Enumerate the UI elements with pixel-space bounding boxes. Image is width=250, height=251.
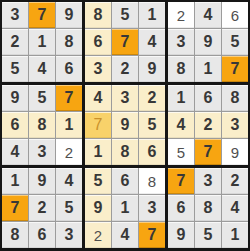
cell-r6c1[interactable]: 4	[2, 139, 28, 165]
cell-r2c5[interactable]: 7	[112, 29, 138, 55]
cell-r4c2[interactable]: 5	[29, 85, 55, 111]
cell-r9c7[interactable]: 9	[168, 222, 194, 248]
cell-r7c8[interactable]: 3	[195, 168, 221, 194]
cell-r1c4[interactable]: 8	[85, 2, 111, 28]
cell-r2c7[interactable]: 3	[168, 29, 194, 55]
cell-r5c3[interactable]: 1	[56, 112, 82, 138]
cell-r3c2[interactable]: 4	[29, 56, 55, 82]
cell-r7c4[interactable]: 5	[85, 168, 111, 194]
cell-r9c8[interactable]: 5	[195, 222, 221, 248]
cell-r8c1[interactable]: 7	[2, 195, 28, 221]
cell-r3c8[interactable]: 1	[195, 56, 221, 82]
cell-r2c3[interactable]: 8	[56, 29, 82, 55]
cell-r2c6[interactable]: 4	[139, 29, 165, 55]
cell-r6c8[interactable]: 7	[195, 139, 221, 165]
cell-r3c4[interactable]: 3	[85, 56, 111, 82]
cell-r9c5[interactable]: 4	[112, 222, 138, 248]
cell-r4c8[interactable]: 6	[195, 85, 221, 111]
cell-r4c4[interactable]: 4	[85, 85, 111, 111]
cell-r1c9[interactable]: 6	[222, 2, 248, 28]
cell-r1c1[interactable]: 3	[2, 2, 28, 28]
cell-r7c5[interactable]: 6	[112, 168, 138, 194]
cell-r3c9[interactable]: 7	[222, 56, 248, 82]
cell-r1c3[interactable]: 9	[56, 2, 82, 28]
cell-r7c6[interactable]: 8	[139, 168, 165, 194]
cell-r7c7[interactable]: 7	[168, 168, 194, 194]
cell-r8c6[interactable]: 3	[139, 195, 165, 221]
cell-r7c1[interactable]: 1	[2, 168, 28, 194]
cell-r5c2[interactable]: 8	[29, 112, 55, 138]
cell-r4c1[interactable]: 9	[2, 85, 28, 111]
cell-r1c7[interactable]: 2	[168, 2, 194, 28]
cell-r6c6[interactable]: 6	[139, 139, 165, 165]
cell-r5c5[interactable]: 9	[112, 112, 138, 138]
cell-r5c6[interactable]: 5	[139, 112, 165, 138]
cell-r4c3[interactable]: 7	[56, 85, 82, 111]
cell-r5c7[interactable]: 4	[168, 112, 194, 138]
cell-r4c5[interactable]: 3	[112, 85, 138, 111]
cell-r9c6[interactable]: 7	[139, 222, 165, 248]
cell-r1c5[interactable]: 5	[112, 2, 138, 28]
cell-r7c3[interactable]: 4	[56, 168, 82, 194]
cell-r5c9[interactable]: 3	[222, 112, 248, 138]
cell-r2c1[interactable]: 2	[2, 29, 28, 55]
cell-r4c9[interactable]: 8	[222, 85, 248, 111]
cell-r2c8[interactable]: 9	[195, 29, 221, 55]
cell-r1c2[interactable]: 7	[29, 2, 55, 28]
cell-r6c5[interactable]: 8	[112, 139, 138, 165]
cell-r9c9[interactable]: 1	[222, 222, 248, 248]
cell-r9c1[interactable]: 8	[2, 222, 28, 248]
box-divider-vertical-2	[165, 2, 168, 248]
box-divider-vertical-1	[82, 2, 85, 248]
box-divider-horizontal-1	[2, 82, 248, 85]
cell-r3c1[interactable]: 5	[2, 56, 28, 82]
cell-r7c9[interactable]: 2	[222, 168, 248, 194]
box-divider-horizontal-2	[2, 165, 248, 168]
cell-r8c9[interactable]: 4	[222, 195, 248, 221]
cell-r8c3[interactable]: 5	[56, 195, 82, 221]
cell-r3c7[interactable]: 8	[168, 56, 194, 82]
cell-r9c4[interactable]: 2	[85, 222, 111, 248]
cell-r1c6[interactable]: 1	[139, 2, 165, 28]
sudoku-board: 3798512462186743955463298179574321686817…	[0, 0, 250, 251]
cell-r2c2[interactable]: 1	[29, 29, 55, 55]
cell-r8c2[interactable]: 2	[29, 195, 55, 221]
cell-r3c5[interactable]: 2	[112, 56, 138, 82]
cell-r8c7[interactable]: 6	[168, 195, 194, 221]
cell-r2c9[interactable]: 5	[222, 29, 248, 55]
cell-r2c4[interactable]: 6	[85, 29, 111, 55]
cell-r5c8[interactable]: 2	[195, 112, 221, 138]
cell-r9c3[interactable]: 3	[56, 222, 82, 248]
cell-r8c4[interactable]: 9	[85, 195, 111, 221]
cell-r6c7[interactable]: 5	[168, 139, 194, 165]
cell-r8c5[interactable]: 1	[112, 195, 138, 221]
cell-r6c2[interactable]: 3	[29, 139, 55, 165]
cell-r9c2[interactable]: 6	[29, 222, 55, 248]
cell-r4c7[interactable]: 1	[168, 85, 194, 111]
cell-r3c3[interactable]: 6	[56, 56, 82, 82]
cell-r4c6[interactable]: 2	[139, 85, 165, 111]
cell-r1c8[interactable]: 4	[195, 2, 221, 28]
cell-r7c2[interactable]: 9	[29, 168, 55, 194]
cell-r5c1[interactable]: 6	[2, 112, 28, 138]
cell-r6c3[interactable]: 2	[56, 139, 82, 165]
cell-r6c4[interactable]: 1	[85, 139, 111, 165]
cell-r8c8[interactable]: 8	[195, 195, 221, 221]
cell-r6c9[interactable]: 9	[222, 139, 248, 165]
cell-r5c4[interactable]: 7	[85, 112, 111, 138]
cell-r3c6[interactable]: 9	[139, 56, 165, 82]
